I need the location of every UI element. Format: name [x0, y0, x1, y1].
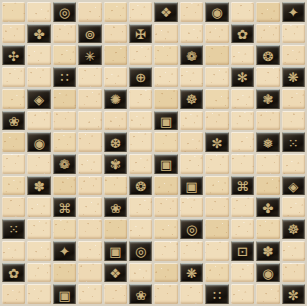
deco-tile: ▣ [180, 176, 203, 196]
stone-tile [129, 154, 152, 174]
deco-tile: ✦ [53, 241, 76, 261]
stone-tile [2, 24, 25, 44]
stone-tile [180, 2, 203, 22]
stone-tile [154, 197, 177, 217]
stone-tile [205, 219, 228, 239]
framed-medallion-icon: ▣ [109, 245, 121, 258]
stone-tile [129, 263, 152, 283]
x-flower-icon: ❋ [288, 71, 299, 84]
stone-tile [282, 89, 305, 109]
stone-tile [256, 2, 279, 22]
quatrefoil-icon: ✤ [34, 28, 45, 41]
deco-tile: ✠ [129, 24, 152, 44]
mosaic-sheet: ◎❖◉✦✤⊚✠✿✣✳❁❂∷⊕✻❋◈✺☸❃❀▣◉❆✼❅⁙❁✾▣✽❂▣⌘◈⌘❀✤⁙◎… [0, 0, 307, 306]
deco-tile: ◎ [129, 241, 152, 261]
stone-tile [78, 241, 101, 261]
petal-star-icon: ✽ [262, 245, 273, 258]
deco-tile: ❋ [282, 67, 305, 87]
deco-tile: ▣ [154, 154, 177, 174]
stone-tile [53, 132, 76, 152]
dense-rosette-icon: ❁ [59, 158, 70, 171]
deco-tile: ❖ [104, 263, 127, 283]
deco-tile: ◈ [282, 176, 305, 196]
deco-tile: ✤ [256, 197, 279, 217]
stone-tile [129, 2, 152, 22]
stone-tile [78, 197, 101, 217]
deco-tile: ⊡ [231, 241, 254, 261]
stone-tile [256, 67, 279, 87]
leafy-snowflake-icon: ❆ [110, 136, 121, 149]
stone-tile [27, 219, 50, 239]
deco-tile: ❂ [129, 176, 152, 196]
x-ornament-icon: ✼ [288, 288, 299, 301]
stone-tile [180, 197, 203, 217]
deco-tile: ✣ [2, 45, 25, 65]
stone-tile [154, 89, 177, 109]
stone-tile [53, 219, 76, 239]
stone-tile [2, 241, 25, 261]
deco-tile: ▣ [104, 241, 127, 261]
deco-tile: ◉ [205, 2, 228, 22]
stone-tile [231, 2, 254, 22]
stone-tile [231, 89, 254, 109]
dense-snowflake-icon: ❅ [262, 136, 273, 149]
celtic-knot-icon: ⌘ [236, 180, 249, 193]
rosette-icon: ✿ [8, 266, 19, 279]
deco-tile: ✦ [282, 2, 305, 22]
diamond-star-icon: ✦ [288, 6, 299, 19]
deco-tile: ❀ [104, 197, 127, 217]
stone-tile [2, 176, 25, 196]
stone-tile [180, 284, 203, 304]
stone-tile [231, 154, 254, 174]
framed-dot-icon: ⊡ [237, 245, 248, 258]
stone-tile [256, 219, 279, 239]
deco-tile: ✿ [2, 263, 25, 283]
framed-medallion-icon: ▣ [185, 180, 197, 193]
swirl-flower-icon: ❃ [262, 93, 273, 106]
stone-tile [256, 154, 279, 174]
ray-rosette-icon: ✺ [110, 93, 121, 106]
framed-medallion-icon: ▣ [58, 288, 70, 301]
rosette-icon: ✿ [237, 28, 248, 41]
five-dot-grid-icon: ⁙ [288, 136, 299, 149]
double-ring-icon: ⊚ [84, 28, 95, 41]
stone-tile [154, 219, 177, 239]
ring-medallion-icon: ◎ [59, 6, 70, 19]
stone-tile [205, 89, 228, 109]
stone-tile [282, 45, 305, 65]
leafy-rosette-icon: ✾ [110, 158, 121, 171]
stone-tile [154, 132, 177, 152]
stone-tile [78, 2, 101, 22]
stone-tile [78, 284, 101, 304]
stone-tile [231, 263, 254, 283]
deco-tile: ◉ [27, 132, 50, 152]
stone-tile [256, 176, 279, 196]
stone-tile [205, 263, 228, 283]
stone-tile [282, 197, 305, 217]
stone-tile [180, 24, 203, 44]
stone-tile [205, 67, 228, 87]
pinwheel-icon: ☸ [287, 223, 299, 236]
ornate-cross-icon: ✠ [135, 28, 146, 41]
deco-tile: ❀ [129, 284, 152, 304]
x-flower-icon: ❋ [186, 266, 197, 279]
stone-tile [256, 111, 279, 131]
flower-rosette-icon: ❀ [135, 288, 146, 301]
deco-tile: ⊕ [129, 67, 152, 87]
stone-tile [2, 2, 25, 22]
deco-tile: ⌘ [53, 197, 76, 217]
stone-tile [154, 176, 177, 196]
framed-diamond-icon: ◈ [288, 180, 298, 193]
stone-tile [129, 45, 152, 65]
stone-tile [104, 2, 127, 22]
stone-tile [104, 176, 127, 196]
ornate-diamond-icon: ❖ [110, 266, 122, 279]
stone-tile [53, 111, 76, 131]
deco-tile: ❆ [104, 132, 127, 152]
barred-circle-icon: ⊕ [135, 71, 146, 84]
stone-tile [282, 154, 305, 174]
deco-tile: ✼ [282, 284, 305, 304]
stone-tile [231, 132, 254, 152]
stone-tile [205, 154, 228, 174]
stone-tile [282, 111, 305, 131]
ring-medallion-icon: ◎ [186, 223, 197, 236]
disc-medallion-icon: ◉ [33, 136, 44, 149]
deco-tile: ✾ [104, 154, 127, 174]
stone-tile [154, 24, 177, 44]
petal-star-icon: ✽ [34, 180, 45, 193]
stone-tile [231, 284, 254, 304]
stone-tile [27, 263, 50, 283]
stone-tile [104, 111, 127, 131]
stone-tile [78, 219, 101, 239]
deco-tile: ⁙ [2, 219, 25, 239]
deco-tile: ✤ [27, 24, 50, 44]
dot-grid-icon: ∷ [60, 71, 68, 84]
deco-tile: ▣ [154, 111, 177, 131]
stone-tile [205, 111, 228, 131]
deco-tile: ❁ [53, 154, 76, 174]
stone-tile [205, 241, 228, 261]
stone-tile [27, 241, 50, 261]
stone-tile [53, 263, 76, 283]
stone-tile [231, 197, 254, 217]
stone-tile [205, 45, 228, 65]
deco-tile: ▣ [53, 284, 76, 304]
stone-tile [129, 111, 152, 131]
stone-tile [2, 284, 25, 304]
stone-tile [256, 284, 279, 304]
stone-tile [27, 45, 50, 65]
stone-tile [2, 67, 25, 87]
pinwheel-icon: ☸ [186, 93, 198, 106]
deco-tile: ⊚ [78, 24, 101, 44]
stone-tile [180, 67, 203, 87]
stone-tile [231, 219, 254, 239]
stone-tile [2, 132, 25, 152]
stone-tile [78, 89, 101, 109]
stone-tile [154, 241, 177, 261]
stone-tile [180, 111, 203, 131]
deco-tile: ◎ [53, 2, 76, 22]
stone-tile [53, 176, 76, 196]
deco-tile: ✼ [205, 132, 228, 152]
sun-swirl-icon: ❂ [135, 180, 146, 193]
stone-tile [53, 89, 76, 109]
deco-tile: ❅ [256, 132, 279, 152]
stone-tile [78, 111, 101, 131]
dense-rosette-icon: ❁ [186, 49, 197, 62]
stone-tile [2, 89, 25, 109]
stone-tile [27, 284, 50, 304]
stone-tile [129, 219, 152, 239]
clover-cross-icon: ✣ [8, 49, 19, 62]
stone-tile [78, 132, 101, 152]
stone-tile [104, 45, 127, 65]
deco-tile: ✿ [231, 24, 254, 44]
x-ornament-icon: ✼ [212, 136, 223, 149]
deco-tile: ∷ [205, 284, 228, 304]
stone-tile [78, 176, 101, 196]
stone-tile [180, 154, 203, 174]
stone-tile [154, 284, 177, 304]
deco-tile: ✳ [78, 45, 101, 65]
stone-tile [282, 24, 305, 44]
stone-tile [231, 111, 254, 131]
stone-tile [129, 197, 152, 217]
disc-medallion-icon: ◉ [211, 6, 222, 19]
stone-tile [104, 284, 127, 304]
framed-medallion-icon: ▣ [160, 158, 172, 171]
deco-tile: ☸ [282, 219, 305, 239]
five-dot-grid-icon: ⁙ [8, 223, 19, 236]
stone-tile [154, 67, 177, 87]
framed-diamond-icon: ◈ [34, 93, 44, 106]
stone-tile [154, 263, 177, 283]
stone-tile [282, 241, 305, 261]
diamond-star-icon: ✦ [59, 245, 70, 258]
stone-tile [129, 132, 152, 152]
x-medallion-icon: ✻ [237, 71, 248, 84]
deco-tile: ✽ [256, 241, 279, 261]
ring-medallion-icon: ◎ [135, 245, 146, 258]
stone-tile [282, 263, 305, 283]
stone-tile [256, 24, 279, 44]
deco-tile: ☸ [180, 89, 203, 109]
stone-tile [180, 132, 203, 152]
ornate-diamond-icon: ❖ [160, 6, 172, 19]
deco-tile: ◈ [27, 89, 50, 109]
deco-tile: ❃ [256, 89, 279, 109]
stone-tile [27, 67, 50, 87]
stone-tile [78, 154, 101, 174]
stone-tile [129, 89, 152, 109]
sun-swirl-icon: ❂ [262, 49, 273, 62]
stone-tile [180, 241, 203, 261]
deco-tile: ❋ [180, 263, 203, 283]
deco-tile: ◎ [180, 219, 203, 239]
stone-tile [104, 67, 127, 87]
deco-tile: ❀ [2, 111, 25, 131]
stone-tile [205, 176, 228, 196]
flower-rosette-icon: ❀ [110, 201, 121, 214]
stone-tile [2, 154, 25, 174]
quatrefoil-icon: ✤ [262, 201, 273, 214]
stone-tile [231, 45, 254, 65]
framed-medallion-icon: ▣ [160, 114, 172, 127]
deco-tile: ❂ [256, 45, 279, 65]
stone-tile [78, 67, 101, 87]
stone-tile [2, 197, 25, 217]
dot-grid-icon: ∷ [213, 288, 221, 301]
stone-tile [154, 45, 177, 65]
stone-tile [104, 219, 127, 239]
stone-tile [27, 111, 50, 131]
stone-tile [53, 24, 76, 44]
stone-tile [27, 2, 50, 22]
flower-rosette-icon: ❀ [8, 114, 19, 127]
x-star-icon: ✳ [84, 49, 95, 62]
deco-tile: ❁ [180, 45, 203, 65]
stone-tile [53, 45, 76, 65]
stone-tile [27, 154, 50, 174]
deco-tile: ∷ [53, 67, 76, 87]
deco-tile: ✽ [27, 176, 50, 196]
deco-tile: ✻ [231, 67, 254, 87]
stone-tile [205, 197, 228, 217]
disc-medallion-icon: ◉ [262, 266, 273, 279]
celtic-knot-icon: ⌘ [58, 201, 71, 214]
deco-tile: ⌘ [231, 176, 254, 196]
deco-tile: ⁙ [282, 132, 305, 152]
stone-tile [27, 197, 50, 217]
stone-tile [205, 24, 228, 44]
stone-tile [104, 24, 127, 44]
stone-tile [78, 263, 101, 283]
deco-tile: ❖ [154, 2, 177, 22]
deco-tile: ✺ [104, 89, 127, 109]
deco-tile: ◉ [256, 263, 279, 283]
